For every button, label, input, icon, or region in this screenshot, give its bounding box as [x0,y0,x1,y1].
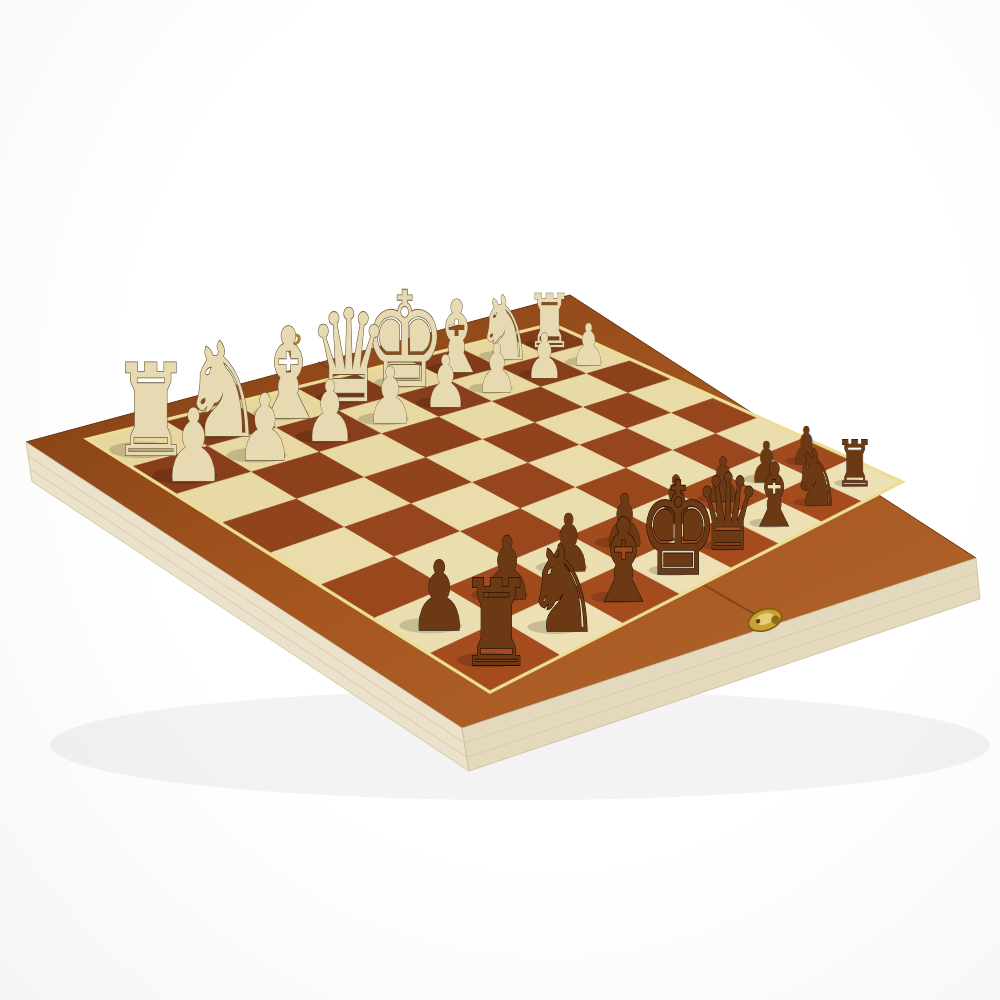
piece-white-pawn-b2: ♟ [236,374,294,482]
piece-white-pawn-e2: ♟ [423,340,468,425]
piece-white-pawn-a2: ♟ [162,387,225,504]
piece-white-pawn-d2: ♟ [366,351,415,441]
piece-black-rook-a8: ♜ [459,554,534,693]
piece-white-pawn-g2: ♟ [525,320,564,393]
chess-board-scene: Angled product photo of a folding wooden… [0,0,1000,1000]
piece-white-pawn-h2: ♟ [571,311,607,378]
chess-set-photo: Angled product photo of a folding wooden… [0,0,1000,1000]
piece-white-pawn-c2: ♟ [304,362,357,460]
piece-white-pawn-f2: ♟ [476,330,518,408]
piece-black-knight-b8: ♞ [525,519,601,660]
piece-black-rook-h8: ♜ [835,427,875,501]
